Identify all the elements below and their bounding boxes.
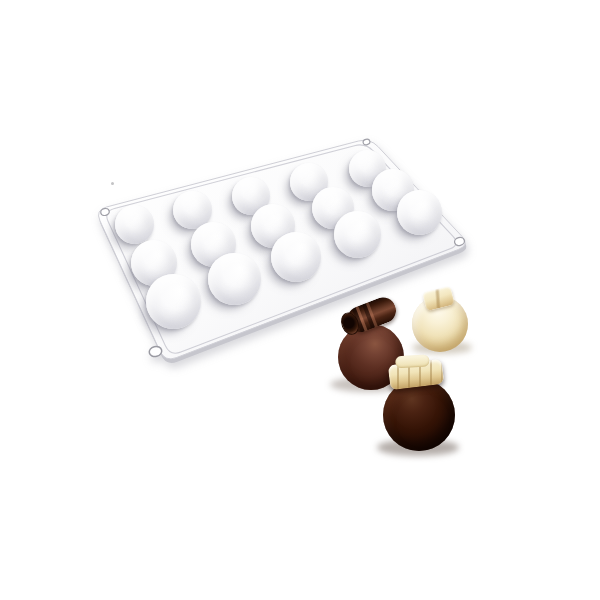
mold-cavity-dome bbox=[146, 274, 201, 329]
mold-cavity-dome bbox=[271, 232, 321, 282]
product-photo-scene bbox=[0, 0, 600, 600]
dust-speck bbox=[111, 182, 114, 185]
white-chocolate-piece-facet bbox=[395, 354, 430, 368]
mold-cavity-dome bbox=[115, 205, 154, 244]
mold-cavity-dome bbox=[397, 190, 442, 235]
mold-cavity-grid bbox=[0, 0, 600, 600]
mold-cavity-dome bbox=[208, 253, 261, 306]
mold-cavity-dome bbox=[334, 211, 382, 259]
dark-chocolate-truffle bbox=[383, 379, 455, 451]
